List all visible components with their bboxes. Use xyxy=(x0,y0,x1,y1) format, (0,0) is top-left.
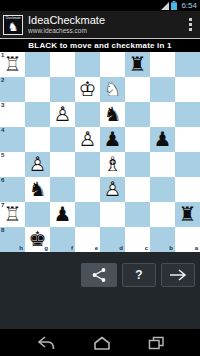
square-g7[interactable] xyxy=(25,202,50,227)
square-c1[interactable]: ♜ xyxy=(125,52,150,77)
black-knight-g6[interactable]: ♞ xyxy=(25,177,50,202)
title-block: IdeaCheckmate www.ideachess.com xyxy=(28,14,105,35)
app-bar: Checkmate ♞ IdeaCheckmate www.ideachess.… xyxy=(0,11,200,38)
file-label-g: g xyxy=(44,245,48,252)
square-d7[interactable] xyxy=(100,202,125,227)
file-label-d: d xyxy=(119,245,123,252)
rank-label-3: 3 xyxy=(1,102,4,109)
square-e4[interactable]: ♟♙ xyxy=(75,127,100,152)
black-pawn-f7[interactable]: ♟ xyxy=(50,202,75,227)
piece-outline: ♙ xyxy=(79,127,97,152)
rank-label-1: 1 xyxy=(1,52,4,59)
square-c5[interactable] xyxy=(125,152,150,177)
square-f3[interactable]: ♟♙ xyxy=(50,102,75,127)
file-label-b: b xyxy=(169,245,173,252)
black-rook-c1[interactable]: ♜ xyxy=(125,52,150,77)
white-pawn-g5[interactable]: ♟♙ xyxy=(25,152,50,177)
app-icon[interactable]: Checkmate ♞ xyxy=(3,15,23,35)
back-button[interactable] xyxy=(36,336,56,350)
black-pawn-b4[interactable]: ♟ xyxy=(150,127,175,152)
square-a1[interactable] xyxy=(175,52,200,77)
rank-label-5: 5 xyxy=(1,152,4,159)
square-e6[interactable] xyxy=(75,177,100,202)
recents-button[interactable] xyxy=(148,336,165,350)
white-pawn-e4[interactable]: ♟♙ xyxy=(75,127,100,152)
white-king-e2[interactable]: ♚♔ xyxy=(75,77,100,102)
square-g8[interactable]: g♚ xyxy=(25,227,50,252)
square-g2[interactable] xyxy=(25,77,50,102)
rank-label-2: 2 xyxy=(1,77,4,84)
rank-label-8: 8 xyxy=(1,227,4,234)
bottom-panel: ? xyxy=(0,252,200,329)
square-e8[interactable]: e xyxy=(75,227,100,252)
white-bishop-d5[interactable]: ♝♗ xyxy=(100,152,125,177)
file-label-e: e xyxy=(95,245,98,252)
piece-outline: ♗ xyxy=(104,152,122,177)
square-e1[interactable] xyxy=(75,52,100,77)
square-b6[interactable] xyxy=(150,177,175,202)
square-d5[interactable]: ♝♗ xyxy=(100,152,125,177)
square-f6[interactable] xyxy=(50,177,75,202)
share-button[interactable] xyxy=(81,263,117,287)
square-a3[interactable] xyxy=(175,102,200,127)
square-c3[interactable] xyxy=(125,102,150,127)
square-f1[interactable] xyxy=(50,52,75,77)
square-e7[interactable] xyxy=(75,202,100,227)
square-h6[interactable]: 6 xyxy=(0,177,25,202)
square-e2[interactable]: ♚♔ xyxy=(75,77,100,102)
puzzle-banner: BLACK to move and checkmate in 1 xyxy=(0,39,200,52)
square-h7[interactable]: 7♜♖ xyxy=(0,202,25,227)
square-g3[interactable] xyxy=(25,102,50,127)
square-d8[interactable]: d xyxy=(100,227,125,252)
battery-icon xyxy=(171,1,177,10)
next-button[interactable] xyxy=(161,263,195,287)
piece-outline: ♙ xyxy=(104,177,122,202)
square-c7[interactable] xyxy=(125,202,150,227)
black-rook-a7[interactable]: ♜ xyxy=(175,202,200,227)
square-g6[interactable]: ♞ xyxy=(25,177,50,202)
piece-outline: ♖ xyxy=(4,52,22,77)
square-f7[interactable]: ♟ xyxy=(50,202,75,227)
square-h1[interactable]: 1♜♖ xyxy=(0,52,25,77)
app-title: IdeaCheckmate xyxy=(28,14,105,27)
square-a4[interactable] xyxy=(175,127,200,152)
piece-outline: ♔ xyxy=(79,77,97,102)
status-bar: 6:54 xyxy=(0,0,200,11)
black-knight-d3[interactable]: ♞ xyxy=(100,102,125,127)
square-c8[interactable]: c xyxy=(125,227,150,252)
square-h5[interactable]: 5 xyxy=(0,152,25,177)
app-subtitle: www.ideachess.com xyxy=(28,27,105,35)
square-g5[interactable]: ♟♙ xyxy=(25,152,50,177)
square-d3[interactable]: ♞ xyxy=(100,102,125,127)
square-b4[interactable]: ♟ xyxy=(150,127,175,152)
square-f4[interactable] xyxy=(50,127,75,152)
square-g4[interactable] xyxy=(25,127,50,152)
white-pawn-d6[interactable]: ♟♙ xyxy=(100,177,125,202)
square-f8[interactable]: f xyxy=(50,227,75,252)
file-label-c: c xyxy=(145,245,148,252)
square-g1[interactable] xyxy=(25,52,50,77)
rank-label-6: 6 xyxy=(1,177,4,184)
square-e5[interactable] xyxy=(75,152,100,177)
signal-icon xyxy=(161,2,169,10)
piece-outline: ♙ xyxy=(29,152,47,177)
black-pawn-d4[interactable]: ♟ xyxy=(100,127,125,152)
square-c6[interactable] xyxy=(125,177,150,202)
square-d4[interactable]: ♟ xyxy=(100,127,125,152)
help-button[interactable]: ? xyxy=(122,263,156,287)
file-label-h: h xyxy=(19,245,23,252)
square-a5[interactable] xyxy=(175,152,200,177)
square-b3[interactable] xyxy=(150,102,175,127)
chess-knight-icon: ♞ xyxy=(8,20,19,34)
piece-outline: ♖ xyxy=(4,202,22,227)
square-a8[interactable]: a xyxy=(175,227,200,252)
square-a2[interactable] xyxy=(175,77,200,102)
white-knight-d2[interactable]: ♞♘ xyxy=(100,77,125,102)
square-b5[interactable] xyxy=(150,152,175,177)
piece-outline: ♙ xyxy=(54,102,72,127)
square-a6[interactable] xyxy=(175,177,200,202)
clock: 6:54 xyxy=(181,0,197,11)
square-c2[interactable] xyxy=(125,77,150,102)
square-b2[interactable] xyxy=(150,77,175,102)
help-button-label: ? xyxy=(135,264,142,286)
square-b8[interactable]: b xyxy=(150,227,175,252)
square-b1[interactable] xyxy=(150,52,175,77)
piece-outline: ♘ xyxy=(104,77,122,102)
rank-label-4: 4 xyxy=(1,127,4,134)
file-label-a: a xyxy=(195,245,198,252)
chess-board: 1♜♖♜2♚♔♞♘3♟♙♞4♟♙♟♟5♟♙♝♗6♞♟♙7♜♖♟♜8hg♚fedc… xyxy=(0,52,200,252)
rank-label-7: 7 xyxy=(1,202,4,209)
file-label-f: f xyxy=(71,245,73,252)
square-d1[interactable] xyxy=(100,52,125,77)
square-a7[interactable]: ♜ xyxy=(175,202,200,227)
android-nav-bar xyxy=(0,329,200,356)
square-h4[interactable]: 4 xyxy=(0,127,25,152)
phone-screen: 6:54 Checkmate ♞ IdeaCheckmate www.ideac… xyxy=(0,0,200,356)
white-pawn-f3[interactable]: ♟♙ xyxy=(50,102,75,127)
square-e3[interactable] xyxy=(75,102,100,127)
square-f2[interactable] xyxy=(50,77,75,102)
home-button[interactable] xyxy=(92,336,112,350)
arrow-right-icon xyxy=(169,269,187,281)
square-h8[interactable]: 8h xyxy=(0,227,25,252)
square-c4[interactable] xyxy=(125,127,150,152)
square-f5[interactable] xyxy=(50,152,75,177)
square-h2[interactable]: 2 xyxy=(0,77,25,102)
overflow-menu-icon[interactable] xyxy=(184,14,197,35)
square-d2[interactable]: ♞♘ xyxy=(100,77,125,102)
share-icon xyxy=(91,267,107,283)
square-b7[interactable] xyxy=(150,202,175,227)
square-d6[interactable]: ♟♙ xyxy=(100,177,125,202)
square-h3[interactable]: 3 xyxy=(0,102,25,127)
